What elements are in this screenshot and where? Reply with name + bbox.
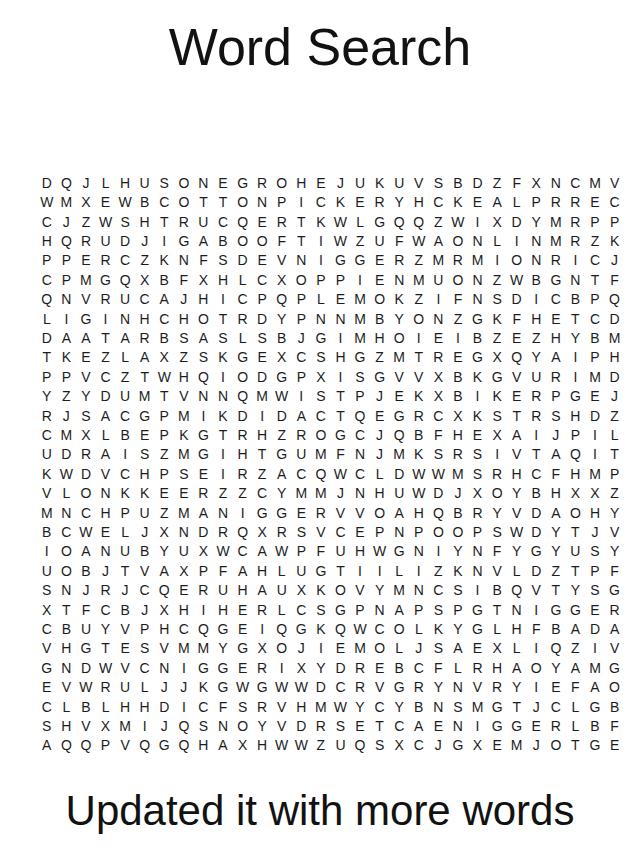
grid-cell[interactable]: L <box>233 328 253 347</box>
grid-cell[interactable]: B <box>526 270 546 289</box>
grid-cell[interactable]: G <box>487 697 507 716</box>
grid-cell[interactable]: I <box>370 561 390 580</box>
grid-cell[interactable]: T <box>585 270 605 289</box>
grid-cell[interactable]: E <box>546 678 566 697</box>
grid-cell[interactable]: D <box>194 522 214 541</box>
grid-cell[interactable]: C <box>389 716 409 735</box>
grid-cell[interactable]: K <box>311 212 331 231</box>
grid-cell[interactable]: R <box>409 406 429 425</box>
grid-cell[interactable]: E <box>174 484 194 503</box>
grid-cell[interactable]: Q <box>135 736 155 755</box>
grid-cell[interactable]: X <box>429 386 449 405</box>
grid-cell[interactable]: L <box>566 716 586 735</box>
grid-cell[interactable]: J <box>57 212 77 231</box>
grid-cell[interactable]: C <box>409 736 429 755</box>
grid-cell[interactable]: B <box>585 328 605 347</box>
grid-cell[interactable]: Z <box>546 561 566 580</box>
grid-cell[interactable]: A <box>566 658 586 677</box>
grid-cell[interactable]: J <box>96 561 116 580</box>
grid-cell[interactable]: Z <box>487 270 507 289</box>
grid-cell[interactable]: H <box>57 716 77 735</box>
grid-cell[interactable]: J <box>526 736 546 755</box>
grid-cell[interactable]: Q <box>37 289 57 308</box>
grid-cell[interactable]: H <box>174 600 194 619</box>
grid-cell[interactable]: B <box>448 503 468 522</box>
grid-cell[interactable]: R <box>546 367 566 386</box>
grid-cell[interactable]: I <box>213 464 233 483</box>
grid-cell[interactable]: W <box>57 464 77 483</box>
grid-cell[interactable]: N <box>507 600 527 619</box>
grid-cell[interactable]: P <box>57 367 77 386</box>
grid-cell[interactable]: N <box>115 309 135 328</box>
grid-cell[interactable]: S <box>429 639 449 658</box>
grid-cell[interactable]: G <box>585 697 605 716</box>
grid-cell[interactable]: S <box>350 367 370 386</box>
grid-cell[interactable]: H <box>233 445 253 464</box>
grid-cell[interactable]: G <box>389 542 409 561</box>
grid-cell[interactable]: C <box>331 522 351 541</box>
grid-cell[interactable]: E <box>468 192 488 211</box>
grid-cell[interactable]: D <box>605 367 625 386</box>
grid-cell[interactable]: Z <box>57 386 77 405</box>
grid-cell[interactable]: Z <box>429 561 449 580</box>
grid-cell[interactable]: R <box>252 658 272 677</box>
grid-cell[interactable]: N <box>57 581 77 600</box>
grid-cell[interactable]: I <box>526 425 546 444</box>
grid-cell[interactable]: G <box>370 367 390 386</box>
grid-cell[interactable]: L <box>96 697 116 716</box>
grid-cell[interactable]: E <box>429 328 449 347</box>
grid-cell[interactable]: F <box>429 425 449 444</box>
grid-cell[interactable]: O <box>370 639 390 658</box>
grid-cell[interactable]: V <box>507 445 527 464</box>
grid-cell[interactable]: O <box>331 581 351 600</box>
grid-cell[interactable]: K <box>311 581 331 600</box>
grid-cell[interactable]: U <box>174 542 194 561</box>
grid-cell[interactable]: Q <box>409 212 429 231</box>
grid-cell[interactable]: W <box>233 678 253 697</box>
grid-cell[interactable]: T <box>115 561 135 580</box>
grid-cell[interactable]: M <box>585 173 605 192</box>
grid-cell[interactable]: C <box>135 581 155 600</box>
grid-cell[interactable]: V <box>272 251 292 270</box>
grid-cell[interactable]: C <box>350 425 370 444</box>
grid-cell[interactable]: I <box>487 445 507 464</box>
grid-cell[interactable]: U <box>96 231 116 250</box>
grid-cell[interactable]: R <box>487 678 507 697</box>
grid-cell[interactable]: N <box>57 503 77 522</box>
grid-cell[interactable]: C <box>135 289 155 308</box>
grid-cell[interactable]: T <box>213 425 233 444</box>
grid-cell[interactable]: A <box>96 445 116 464</box>
grid-cell[interactable]: B <box>135 542 155 561</box>
grid-cell[interactable]: N <box>350 484 370 503</box>
grid-cell[interactable]: S <box>487 406 507 425</box>
grid-cell[interactable]: T <box>331 406 351 425</box>
grid-cell[interactable]: X <box>292 581 312 600</box>
grid-cell[interactable]: S <box>213 251 233 270</box>
grid-cell[interactable]: J <box>135 600 155 619</box>
grid-cell[interactable]: L <box>507 192 527 211</box>
grid-cell[interactable]: O <box>174 173 194 192</box>
grid-cell[interactable]: K <box>487 386 507 405</box>
grid-cell[interactable]: P <box>350 600 370 619</box>
grid-cell[interactable]: Q <box>57 173 77 192</box>
grid-cell[interactable]: W <box>409 484 429 503</box>
grid-cell[interactable]: Z <box>487 173 507 192</box>
grid-cell[interactable]: L <box>370 464 390 483</box>
grid-cell[interactable]: I <box>213 367 233 386</box>
grid-cell[interactable]: V <box>115 658 135 677</box>
grid-cell[interactable]: R <box>194 484 214 503</box>
grid-cell[interactable]: T <box>96 328 116 347</box>
grid-cell[interactable]: L <box>135 678 155 697</box>
grid-cell[interactable]: W <box>429 464 449 483</box>
grid-cell[interactable]: E <box>96 522 116 541</box>
grid-cell[interactable]: G <box>311 328 331 347</box>
grid-cell[interactable]: X <box>487 348 507 367</box>
grid-cell[interactable]: G <box>605 581 625 600</box>
grid-cell[interactable]: E <box>526 716 546 735</box>
grid-cell[interactable]: O <box>272 639 292 658</box>
grid-cell[interactable]: V <box>350 503 370 522</box>
grid-cell[interactable]: S <box>135 639 155 658</box>
grid-cell[interactable]: I <box>174 658 194 677</box>
grid-cell[interactable]: U <box>115 386 135 405</box>
grid-cell[interactable]: B <box>605 697 625 716</box>
grid-cell[interactable]: O <box>448 522 468 541</box>
grid-cell[interactable]: U <box>135 173 155 192</box>
grid-cell[interactable]: H <box>292 697 312 716</box>
grid-cell[interactable]: Z <box>566 639 586 658</box>
grid-cell[interactable]: V <box>96 464 116 483</box>
grid-cell[interactable]: N <box>468 561 488 580</box>
grid-cell[interactable]: M <box>350 639 370 658</box>
grid-cell[interactable]: I <box>429 542 449 561</box>
grid-cell[interactable]: Q <box>76 736 96 755</box>
grid-cell[interactable]: Y <box>526 212 546 231</box>
grid-cell[interactable]: Z <box>252 464 272 483</box>
grid-cell[interactable]: I <box>487 251 507 270</box>
grid-cell[interactable]: Y <box>272 484 292 503</box>
grid-cell[interactable]: W <box>115 192 135 211</box>
grid-cell[interactable]: A <box>57 328 77 347</box>
grid-cell[interactable]: A <box>292 406 312 425</box>
grid-cell[interactable]: N <box>448 678 468 697</box>
grid-cell[interactable]: L <box>487 619 507 638</box>
grid-cell[interactable]: N <box>194 173 214 192</box>
grid-cell[interactable]: H <box>135 464 155 483</box>
grid-cell[interactable]: N <box>96 542 116 561</box>
grid-cell[interactable]: G <box>174 231 194 250</box>
grid-cell[interactable]: T <box>566 561 586 580</box>
grid-cell[interactable]: Z <box>429 212 449 231</box>
grid-cell[interactable]: N <box>57 289 77 308</box>
grid-cell[interactable]: D <box>96 386 116 405</box>
grid-cell[interactable]: A <box>429 231 449 250</box>
grid-cell[interactable]: N <box>311 309 331 328</box>
grid-cell[interactable]: V <box>409 173 429 192</box>
grid-cell[interactable]: A <box>409 716 429 735</box>
grid-cell[interactable]: J <box>370 425 390 444</box>
grid-cell[interactable]: V <box>37 484 57 503</box>
grid-cell[interactable]: J <box>154 716 174 735</box>
grid-cell[interactable]: T <box>96 639 116 658</box>
grid-cell[interactable]: A <box>115 328 135 347</box>
grid-cell[interactable]: H <box>96 503 116 522</box>
grid-cell[interactable]: P <box>154 464 174 483</box>
grid-cell[interactable]: I <box>585 425 605 444</box>
grid-cell[interactable]: S <box>76 406 96 425</box>
grid-cell[interactable]: C <box>57 522 77 541</box>
grid-cell[interactable]: E <box>468 639 488 658</box>
grid-cell[interactable]: E <box>331 639 351 658</box>
grid-cell[interactable]: D <box>233 251 253 270</box>
grid-cell[interactable]: Y <box>76 386 96 405</box>
grid-cell[interactable]: K <box>429 619 449 638</box>
grid-cell[interactable]: R <box>448 445 468 464</box>
grid-cell[interactable]: O <box>429 522 449 541</box>
grid-cell[interactable]: K <box>487 309 507 328</box>
grid-cell[interactable]: O <box>57 542 77 561</box>
grid-cell[interactable]: M <box>507 736 527 755</box>
grid-cell[interactable]: K <box>370 173 390 192</box>
grid-cell[interactable]: Z <box>350 231 370 250</box>
grid-cell[interactable]: C <box>429 192 449 211</box>
grid-cell[interactable]: G <box>566 600 586 619</box>
grid-cell[interactable]: R <box>252 173 272 192</box>
grid-cell[interactable]: K <box>311 619 331 638</box>
grid-cell[interactable]: Y <box>389 697 409 716</box>
grid-cell[interactable]: V <box>605 522 625 541</box>
grid-cell[interactable]: K <box>468 367 488 386</box>
grid-cell[interactable]: J <box>448 484 468 503</box>
grid-cell[interactable]: W <box>272 542 292 561</box>
grid-cell[interactable]: L <box>37 309 57 328</box>
grid-cell[interactable]: I <box>252 406 272 425</box>
grid-cell[interactable]: A <box>252 581 272 600</box>
grid-cell[interactable]: A <box>507 425 527 444</box>
grid-cell[interactable]: X <box>135 270 155 289</box>
grid-cell[interactable]: M <box>585 658 605 677</box>
grid-cell[interactable]: T <box>292 231 312 250</box>
grid-cell[interactable]: W <box>96 212 116 231</box>
grid-cell[interactable]: W <box>370 542 390 561</box>
grid-cell[interactable]: R <box>233 464 253 483</box>
grid-cell[interactable]: M <box>311 445 331 464</box>
grid-cell[interactable]: E <box>252 212 272 231</box>
grid-cell[interactable]: E <box>605 736 625 755</box>
grid-cell[interactable]: C <box>37 425 57 444</box>
grid-cell[interactable]: A <box>233 561 253 580</box>
grid-cell[interactable]: I <box>526 600 546 619</box>
grid-cell[interactable]: Z <box>154 503 174 522</box>
grid-cell[interactable]: X <box>233 736 253 755</box>
grid-cell[interactable]: P <box>37 251 57 270</box>
grid-cell[interactable]: X <box>194 542 214 561</box>
grid-cell[interactable]: K <box>389 289 409 308</box>
grid-cell[interactable]: J <box>292 328 312 347</box>
grid-cell[interactable]: H <box>233 581 253 600</box>
grid-cell[interactable]: C <box>546 697 566 716</box>
grid-cell[interactable]: M <box>76 270 96 289</box>
grid-cell[interactable]: H <box>566 464 586 483</box>
grid-cell[interactable]: Y <box>272 309 292 328</box>
grid-cell[interactable]: E <box>370 406 390 425</box>
grid-cell[interactable]: O <box>57 561 77 580</box>
grid-cell[interactable]: S <box>468 464 488 483</box>
grid-cell[interactable]: G <box>311 561 331 580</box>
grid-cell[interactable]: V <box>370 678 390 697</box>
grid-cell[interactable]: A <box>96 406 116 425</box>
grid-cell[interactable]: Z <box>605 406 625 425</box>
grid-cell[interactable]: P <box>154 425 174 444</box>
grid-cell[interactable]: W <box>272 678 292 697</box>
grid-cell[interactable]: L <box>272 600 292 619</box>
grid-cell[interactable]: E <box>311 173 331 192</box>
grid-cell[interactable]: N <box>174 522 194 541</box>
grid-cell[interactable]: S <box>174 464 194 483</box>
grid-cell[interactable]: R <box>252 697 272 716</box>
grid-cell[interactable]: O <box>233 231 253 250</box>
grid-cell[interactable]: R <box>566 231 586 250</box>
grid-cell[interactable]: R <box>311 716 331 735</box>
grid-cell[interactable]: C <box>115 406 135 425</box>
grid-cell[interactable]: G <box>487 716 507 735</box>
grid-cell[interactable]: V <box>272 697 292 716</box>
grid-cell[interactable]: M <box>389 445 409 464</box>
grid-cell[interactable]: G <box>233 348 253 367</box>
grid-cell[interactable]: W <box>507 270 527 289</box>
grid-cell[interactable]: J <box>76 173 96 192</box>
grid-cell[interactable]: L <box>115 522 135 541</box>
grid-cell[interactable]: O <box>311 425 331 444</box>
grid-cell[interactable]: V <box>154 639 174 658</box>
grid-cell[interactable]: P <box>468 522 488 541</box>
grid-cell[interactable]: U <box>76 619 96 638</box>
grid-cell[interactable]: Y <box>507 484 527 503</box>
grid-cell[interactable]: R <box>409 678 429 697</box>
grid-cell[interactable]: V <box>605 173 625 192</box>
grid-cell[interactable]: S <box>292 522 312 541</box>
grid-cell[interactable]: M <box>350 289 370 308</box>
grid-cell[interactable]: Y <box>389 309 409 328</box>
grid-cell[interactable]: N <box>389 522 409 541</box>
grid-cell[interactable]: P <box>292 542 312 561</box>
grid-cell[interactable]: R <box>370 192 390 211</box>
grid-cell[interactable]: H <box>585 503 605 522</box>
grid-cell[interactable]: S <box>429 173 449 192</box>
grid-cell[interactable]: I <box>311 251 331 270</box>
grid-cell[interactable]: G <box>389 406 409 425</box>
grid-cell[interactable]: W <box>331 697 351 716</box>
grid-cell[interactable]: P <box>272 192 292 211</box>
grid-cell[interactable]: X <box>154 600 174 619</box>
grid-cell[interactable]: G <box>468 348 488 367</box>
grid-cell[interactable]: R <box>526 406 546 425</box>
grid-cell[interactable]: H <box>252 561 272 580</box>
grid-cell[interactable]: S <box>194 716 214 735</box>
grid-cell[interactable]: T <box>57 600 77 619</box>
grid-cell[interactable]: R <box>350 658 370 677</box>
grid-cell[interactable]: M <box>389 581 409 600</box>
grid-cell[interactable]: H <box>605 348 625 367</box>
grid-cell[interactable]: S <box>213 328 233 347</box>
grid-cell[interactable]: W <box>409 231 429 250</box>
grid-cell[interactable]: I <box>252 619 272 638</box>
grid-cell[interactable]: M <box>350 328 370 347</box>
grid-cell[interactable]: L <box>605 425 625 444</box>
grid-cell[interactable]: F <box>311 542 331 561</box>
grid-cell[interactable]: N <box>468 270 488 289</box>
grid-cell[interactable]: E <box>233 658 253 677</box>
grid-cell[interactable]: B <box>76 697 96 716</box>
grid-cell[interactable]: K <box>213 406 233 425</box>
grid-cell[interactable]: K <box>605 231 625 250</box>
grid-cell[interactable]: U <box>350 173 370 192</box>
grid-cell[interactable]: F <box>448 289 468 308</box>
grid-cell[interactable]: U <box>37 561 57 580</box>
grid-cell[interactable]: K <box>154 251 174 270</box>
grid-cell[interactable]: B <box>154 328 174 347</box>
grid-cell[interactable]: J <box>154 678 174 697</box>
grid-cell[interactable]: T <box>213 309 233 328</box>
grid-cell[interactable]: G <box>37 658 57 677</box>
grid-cell[interactable]: D <box>311 678 331 697</box>
grid-cell[interactable]: R <box>311 503 331 522</box>
grid-cell[interactable]: I <box>96 309 116 328</box>
grid-cell[interactable]: G <box>213 619 233 638</box>
grid-cell[interactable]: G <box>135 406 155 425</box>
grid-cell[interactable]: R <box>76 445 96 464</box>
grid-cell[interactable]: P <box>448 600 468 619</box>
grid-cell[interactable]: O <box>194 309 214 328</box>
grid-cell[interactable]: A <box>154 561 174 580</box>
grid-cell[interactable]: Q <box>194 619 214 638</box>
grid-cell[interactable]: H <box>370 484 390 503</box>
grid-cell[interactable]: Y <box>429 678 449 697</box>
grid-cell[interactable]: Q <box>272 289 292 308</box>
grid-cell[interactable]: Q <box>57 231 77 250</box>
grid-cell[interactable]: D <box>389 464 409 483</box>
grid-cell[interactable]: S <box>585 542 605 561</box>
grid-cell[interactable]: V <box>311 522 331 541</box>
grid-cell[interactable]: C <box>154 309 174 328</box>
grid-cell[interactable]: K <box>468 406 488 425</box>
grid-cell[interactable]: Z <box>96 348 116 367</box>
grid-cell[interactable]: X <box>252 639 272 658</box>
grid-cell[interactable]: L <box>389 639 409 658</box>
grid-cell[interactable]: X <box>311 367 331 386</box>
grid-cell[interactable]: N <box>526 231 546 250</box>
grid-cell[interactable]: R <box>546 192 566 211</box>
grid-cell[interactable]: A <box>546 445 566 464</box>
grid-cell[interactable]: R <box>96 581 116 600</box>
grid-cell[interactable]: D <box>585 619 605 638</box>
grid-cell[interactable]: O <box>487 484 507 503</box>
grid-cell[interactable]: G <box>350 348 370 367</box>
grid-cell[interactable]: H <box>292 173 312 192</box>
grid-cell[interactable]: N <box>389 270 409 289</box>
grid-cell[interactable]: I <box>585 639 605 658</box>
grid-cell[interactable]: N <box>57 658 77 677</box>
grid-cell[interactable]: J <box>174 678 194 697</box>
grid-cell[interactable]: H <box>546 484 566 503</box>
grid-cell[interactable]: C <box>135 658 155 677</box>
grid-cell[interactable]: Q <box>154 581 174 600</box>
grid-cell[interactable]: K <box>331 192 351 211</box>
grid-cell[interactable]: Y <box>389 192 409 211</box>
